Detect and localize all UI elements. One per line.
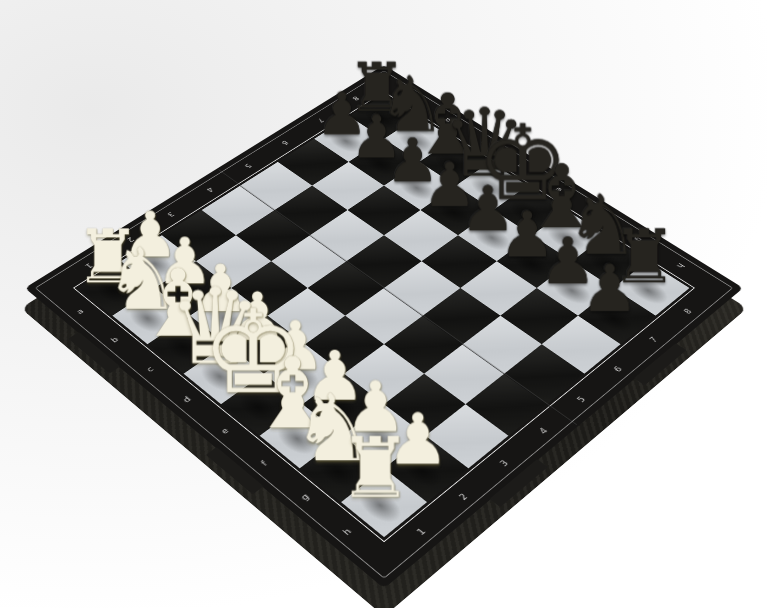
rank-label-3: 3 <box>165 210 175 217</box>
file-label-d-far: d <box>516 162 526 168</box>
rank-label-8-far: 8 <box>682 308 693 316</box>
rank-label-2-far: 2 <box>457 492 469 501</box>
file-label-c-far: c <box>479 139 488 145</box>
black-queen-glyph: ♛ <box>428 96 541 190</box>
rank-label-6: 6 <box>280 139 289 145</box>
square-d6 <box>384 210 458 261</box>
black-pawn-glyph: ♟ <box>548 256 670 321</box>
chess-board: aabbccddeeffgghh1122334455667788 ♜♞♝♛♚♝♞… <box>25 65 743 589</box>
rank-label-4-far: 4 <box>538 427 549 436</box>
white-rook-glyph: ♜ <box>307 426 442 509</box>
file-label-h: h <box>341 527 353 537</box>
black-pawn-glyph: ♟ <box>392 154 507 215</box>
piece-shadow <box>392 172 441 205</box>
black-bishop-glyph: ♝ <box>392 83 504 167</box>
square-d7 <box>420 186 493 236</box>
black-pawn-glyph: ♟ <box>356 130 469 190</box>
black-knight-glyph: ♞ <box>357 67 467 144</box>
square-c7 <box>384 162 456 210</box>
square-c8 <box>419 139 490 186</box>
black-pawn-glyph: ♟ <box>287 85 397 144</box>
rank-label-6-far: 6 <box>612 365 623 373</box>
black-pawn-glyph: ♟ <box>321 107 433 167</box>
square-b7 <box>349 139 420 186</box>
piece-shadow <box>357 104 404 134</box>
square-c6 <box>348 186 421 236</box>
file-label-a-far: a <box>408 95 417 101</box>
rank-label-5-far: 5 <box>576 395 587 403</box>
square-a7 <box>314 116 384 161</box>
square-a5 <box>240 162 312 210</box>
piece-shadow <box>391 126 439 157</box>
piece-shadow <box>428 196 478 230</box>
square-b6 <box>312 162 384 210</box>
square-e6 <box>422 235 497 288</box>
file-label-e-far: e <box>554 186 564 193</box>
piece-shadow <box>322 126 370 157</box>
square-c5 <box>310 210 384 261</box>
square-b5 <box>275 186 348 236</box>
rank-label-1-far: 1 <box>415 527 427 537</box>
piece-shadow <box>463 172 513 205</box>
rank-label-8: 8 <box>350 95 359 101</box>
piece-shadow <box>427 148 476 180</box>
rank-label-7: 7 <box>315 117 324 123</box>
photo-background: aabbccddeeffgghh1122334455667788 ♜♞♝♛♚♝♞… <box>0 0 767 608</box>
file-label-f-far: f <box>594 211 603 217</box>
rank-label-4: 4 <box>204 186 214 193</box>
pieces-layer: ♜♞♝♛♚♝♞♜♟♟♟♟♟♟♟♟♟♟♟♟♟♟♟♟♜♞♝♛♚♝♞♜ <box>79 95 690 537</box>
square-a8 <box>350 95 419 139</box>
rank-label-7-far: 7 <box>648 336 659 344</box>
black-king-glyph: ♚ <box>465 112 580 215</box>
file-label-b-far: b <box>443 117 452 123</box>
square-d5 <box>346 235 421 288</box>
black-rook-glyph: ♜ <box>322 54 430 121</box>
piece-shadow <box>356 148 405 180</box>
square-a6 <box>278 139 349 186</box>
square-d8 <box>456 162 528 210</box>
rank-label-3-far: 3 <box>498 459 510 468</box>
square-b8 <box>384 116 454 161</box>
chess-set: aabbccddeeffgghh1122334455667788 ♜♞♝♛♚♝♞… <box>130 34 638 542</box>
rank-label-5: 5 <box>243 162 253 168</box>
